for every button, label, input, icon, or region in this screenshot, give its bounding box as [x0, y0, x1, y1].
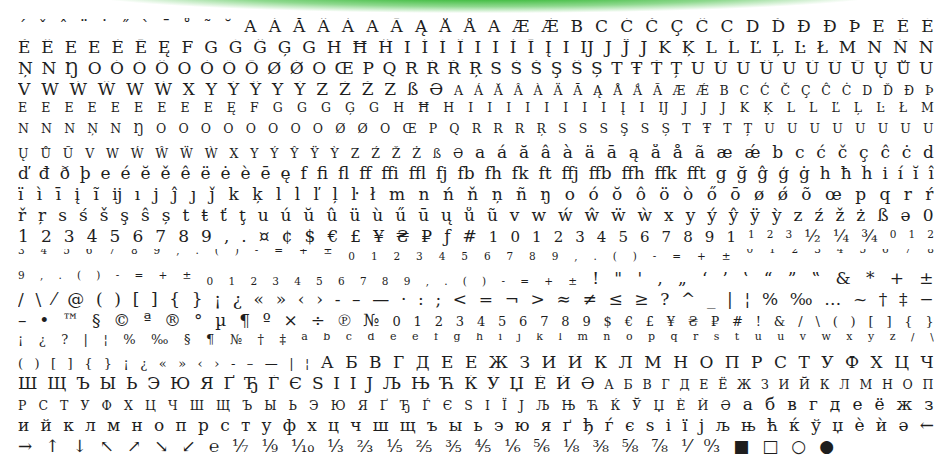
- glyph: I: [404, 39, 411, 56]
- glyph: Ѝ: [556, 375, 571, 392]
- glyph: Ș: [662, 123, 671, 136]
- glyph: Ļ: [854, 102, 862, 115]
- glyph: Õ: [312, 60, 326, 77]
- glyph: ®: [164, 312, 181, 329]
- glyph: ю: [515, 417, 530, 434]
- glyph: ź: [814, 207, 823, 224]
- glyph: ќ: [789, 417, 800, 434]
- glyph: +: [697, 251, 706, 262]
- glyph: Ů: [896, 60, 910, 77]
- glyph: ẅ: [611, 207, 626, 224]
- glyph: ћ: [767, 417, 778, 434]
- glyph: Ê: [111, 102, 120, 115]
- glyph: .: [58, 270, 61, 281]
- glyph: ℮: [209, 438, 219, 455]
- glyph: G: [204, 39, 218, 56]
- glyph: \: [35, 291, 41, 308]
- glyph: ỳ: [772, 207, 782, 224]
- glyph: ľ: [314, 186, 319, 203]
- glyph: ŝ: [141, 207, 150, 224]
- glyph: .: [594, 251, 597, 262]
- glyph: Ž: [392, 148, 401, 161]
- glyph: P: [362, 60, 373, 77]
- glyph: H: [393, 102, 404, 115]
- glyph: ô: [636, 186, 646, 203]
- glyph: Â: [317, 18, 329, 35]
- glyph: 1: [532, 230, 542, 245]
- glyph: Ĝ: [321, 102, 331, 115]
- glyph: .: [195, 249, 198, 256]
- glyph: Х: [124, 400, 133, 413]
- glyph: т: [241, 417, 250, 434]
- glyph: Ó: [110, 60, 124, 77]
- glyph: §: [92, 312, 101, 329]
- glyph: м: [107, 417, 120, 434]
- glyph: Ẁ: [205, 148, 218, 161]
- glyph: ¶: [239, 312, 250, 329]
- glyph: Î: [457, 39, 464, 56]
- glyph: q: [670, 333, 677, 342]
- glyph: ,: [574, 251, 577, 262]
- glyph: ©: [113, 312, 130, 329]
- glyph: Ẁ: [155, 81, 172, 98]
- glyph: →: [18, 438, 32, 455]
- glyph: Ą: [593, 85, 602, 98]
- glyph: w: [821, 333, 830, 342]
- glyph: [: [869, 315, 874, 328]
- glyph: C: [595, 18, 608, 35]
- glyph: □: [762, 438, 778, 455]
- glyph: ğ: [737, 165, 748, 182]
- glyph: Ѐ: [676, 400, 685, 413]
- glyph: !: [592, 270, 599, 287]
- glyph: Ќ: [464, 375, 477, 392]
- glyph: 2: [394, 251, 401, 262]
- glyph: ⅞: [652, 438, 668, 455]
- glyph: %: [762, 291, 778, 308]
- glyph: J: [721, 102, 726, 115]
- glyph: X: [229, 148, 238, 161]
- glyph: -: [255, 249, 259, 256]
- glyph: »: [276, 291, 286, 308]
- glyph: ,: [224, 228, 229, 245]
- glyph: Ё: [465, 354, 477, 371]
- glyph: ȷ: [191, 186, 196, 203]
- glyph: N: [867, 39, 882, 56]
- glyph: Ѓ: [422, 400, 430, 413]
- glyph: G: [273, 102, 283, 115]
- glyph: ≠: [582, 291, 596, 308]
- glyph: ċ: [902, 144, 912, 161]
- glyph: ‛: [743, 270, 748, 287]
- glyph: +: [544, 276, 553, 287]
- glyph: ≈: [557, 291, 571, 308]
- glyph: C: [740, 85, 750, 98]
- glyph: ˜: [203, 18, 212, 35]
- glyph: Ō: [313, 123, 323, 136]
- glyph: v: [800, 333, 806, 342]
- glyph: Ú: [714, 60, 728, 77]
- glyph: Ì: [582, 102, 587, 115]
- glyph: Г: [661, 379, 669, 392]
- glyph: ł: [370, 186, 376, 203]
- glyph: ŗ: [38, 207, 46, 224]
- glyph: ): [235, 249, 239, 256]
- glyph: 3: [272, 276, 279, 287]
- glyph: ѓ: [605, 417, 614, 434]
- glyph: 0: [746, 249, 753, 255]
- glyph: Ť: [723, 123, 731, 136]
- glyph: Ô: [155, 60, 169, 77]
- glyph: Ň: [64, 123, 75, 136]
- glyph: r: [904, 186, 912, 203]
- glyph: û: [326, 207, 337, 224]
- glyph: ō: [730, 186, 740, 203]
- glyph: ⅓: [327, 438, 343, 455]
- glyph: T: [611, 60, 622, 77]
- glyph: ђ: [583, 417, 594, 434]
- glyph: Ǽ: [541, 18, 558, 35]
- glyph: 5: [110, 228, 121, 245]
- glyph: Ź: [371, 148, 380, 161]
- glyph: Ď: [883, 85, 893, 98]
- glyph: ·: [401, 291, 406, 308]
- glyph: s: [714, 333, 720, 342]
- glyph: Ř: [448, 60, 461, 77]
- glyph: 0: [207, 276, 214, 287]
- glyph: Ŀ: [876, 102, 884, 115]
- glyph: ■: [733, 438, 749, 455]
- glyph: Ю: [331, 400, 346, 413]
- glyph: Т: [60, 400, 68, 413]
- glyph: Ė: [88, 39, 100, 56]
- glyph: ŭ: [304, 207, 315, 224]
- glyph: љ: [716, 417, 730, 434]
- glyph: 2: [250, 276, 257, 287]
- glyph: в: [787, 396, 797, 413]
- glyph: ±: [183, 270, 192, 281]
- glyph: Á: [269, 18, 281, 35]
- glyph: Ш: [190, 400, 204, 413]
- glyph: Ų: [18, 148, 29, 161]
- glyph: ‹: [298, 291, 305, 308]
- glyph: $: [604, 315, 612, 328]
- glyph: Щ: [216, 400, 230, 413]
- glyph: $: [305, 228, 316, 245]
- glyph: П: [923, 379, 934, 392]
- glyph: ý: [707, 207, 717, 224]
- glyph: M: [921, 102, 934, 115]
- glyph: fft: [687, 165, 706, 182]
- glyph: Ĭ: [506, 102, 511, 115]
- glyph: Ŧ: [631, 60, 642, 77]
- glyph: Ģ: [345, 102, 355, 115]
- glyph: Č: [780, 85, 790, 98]
- glyph: ж: [897, 396, 913, 413]
- glyph: (: [77, 270, 81, 281]
- glyph: Ĺ: [728, 39, 739, 56]
- glyph: Ċ: [721, 18, 734, 35]
- glyph: Ї: [502, 400, 507, 413]
- glyph: Ẅ: [180, 148, 193, 161]
- glyph: “: [764, 270, 773, 287]
- glyph: =: [672, 251, 681, 262]
- glyph: O: [156, 123, 166, 136]
- glyph: Ġ: [302, 39, 316, 56]
- glyph: ф: [283, 417, 296, 434]
- glyph: Ẃ: [69, 81, 86, 98]
- glyph: e: [390, 333, 397, 342]
- glyph: и: [18, 417, 29, 434]
- glyph: ≤: [608, 291, 622, 308]
- glyph: 6: [640, 230, 650, 245]
- glyph: 2: [41, 228, 52, 245]
- glyph: 1: [748, 229, 755, 240]
- glyph: Ć: [620, 18, 633, 35]
- glyph: ĭ: [913, 165, 918, 182]
- glyph: Â: [514, 85, 523, 98]
- glyph: 5: [859, 249, 866, 255]
- glyph: u: [755, 333, 762, 342]
- glyph: ˝: [121, 18, 130, 35]
- glyph: t: [182, 207, 189, 224]
- glyph: њ: [741, 417, 756, 434]
- glyph: Ю: [170, 375, 190, 392]
- glyph: V: [85, 148, 94, 161]
- glyph: Ĩ: [563, 39, 570, 56]
- glyph: {: [84, 357, 92, 370]
- glyph: я: [541, 417, 552, 434]
- glyph: ş: [120, 207, 129, 224]
- glyph: Ě: [88, 102, 97, 115]
- glyph: Ë: [134, 102, 143, 115]
- glyph: É: [897, 18, 909, 35]
- glyph: Ə: [453, 148, 463, 161]
- glyph: Ģ: [278, 39, 292, 56]
- glyph: 2: [767, 229, 774, 240]
- glyph: Ї: [350, 375, 357, 392]
- glyph-row-12: 3456789,.()-=+±0123456789,.()-=+±0123456…: [18, 249, 934, 270]
- glyph: С: [38, 400, 48, 413]
- glyph: È: [111, 39, 123, 56]
- glyph: М: [644, 354, 661, 371]
- glyph-row-11: 123456789,.¤¢$€£¥₴₽ƒ#101234567891123½¼¾0…: [18, 228, 934, 249]
- glyph: ¼: [833, 228, 849, 245]
- glyph: ő: [707, 186, 717, 203]
- glyph: ↓: [73, 438, 87, 455]
- glyph: z: [794, 207, 803, 224]
- glyph: б: [765, 396, 775, 413]
- glyph: Ĉ: [821, 85, 831, 98]
- glyph: 4: [294, 276, 301, 287]
- glyph: Ѕ: [312, 375, 324, 392]
- glyph: Е: [699, 379, 708, 392]
- glyph: ¡: [124, 357, 129, 370]
- glyph: 6: [338, 276, 345, 287]
- glyph: I: [468, 102, 473, 115]
- glyph: Ö: [177, 60, 191, 77]
- glyph: ?: [660, 291, 669, 308]
- glyph: k: [536, 333, 543, 342]
- glyph: Z: [351, 148, 360, 161]
- glyph: Í: [487, 102, 492, 115]
- glyph: ú: [281, 207, 292, 224]
- glyph: У: [821, 354, 833, 371]
- glyph: j: [154, 186, 159, 203]
- glyph: x: [664, 207, 674, 224]
- glyph: ù: [372, 207, 383, 224]
- glyph: ⅝: [622, 438, 638, 455]
- glyph: Œ: [402, 123, 416, 136]
- glyph: s: [58, 207, 67, 224]
- glyph: ft: [538, 165, 551, 182]
- glyph: И: [778, 379, 789, 392]
- glyph: ŕ: [925, 186, 933, 203]
- glyph: å: [651, 144, 661, 161]
- glyph: З: [761, 379, 769, 392]
- glyph: Њ: [562, 400, 576, 413]
- glyph: ₴: [688, 315, 698, 328]
- glyph: „: [678, 270, 687, 287]
- glyph: Ŕ: [493, 123, 502, 136]
- glyph: Ц: [894, 354, 909, 371]
- glyph: ;: [435, 291, 441, 308]
- glyph: ů: [464, 207, 475, 224]
- glyph: Ű: [900, 123, 911, 136]
- glyph: 5: [461, 251, 468, 262]
- glyph: Ə: [429, 81, 443, 98]
- glyph: ¥: [667, 315, 675, 328]
- glyph: đ: [39, 165, 50, 182]
- glyph: ť: [220, 207, 227, 224]
- glyph: ˚: [183, 18, 192, 35]
- glyph: Č: [645, 18, 658, 35]
- glyph: J: [605, 39, 612, 56]
- green-gradient-banner: [0, 0, 950, 17]
- glyph: Ĵ: [623, 39, 630, 56]
- glyph: `: [141, 18, 150, 35]
- glyph: ,: [40, 270, 43, 281]
- glyph: S: [558, 123, 567, 136]
- glyph: P: [429, 123, 437, 136]
- glyph-row-21: →↑↓↖↗↘↙℮⅐⅑⅒⅓⅔⅕⅖⅗⅘⅙⅚⅛⅜⅝⅞⅟⁰⁄₃■□○●: [18, 438, 934, 459]
- glyph: á: [497, 144, 507, 161]
- glyph: Ķ: [763, 102, 772, 115]
- glyph: ˆ: [59, 18, 68, 35]
- glyph: Ð: [823, 18, 837, 35]
- glyph: A: [244, 18, 256, 35]
- glyph: ffk: [655, 165, 677, 182]
- glyph-row-15: –•™§©ª®°µ¶º×÷℗№0123456789$€£¥₴₽#!&/\()[]…: [18, 312, 934, 333]
- glyph: Û: [759, 60, 773, 77]
- glyph: €: [327, 228, 338, 245]
- glyph: Ŗ: [536, 123, 545, 136]
- glyph: Ù: [878, 123, 889, 136]
- glyph: Ī: [527, 39, 534, 56]
- glyph: ǰ: [210, 186, 215, 203]
- glyph: :: [418, 291, 424, 308]
- glyph: }: [192, 291, 203, 308]
- glyph: §: [184, 333, 191, 346]
- glyph: (: [833, 315, 838, 328]
- glyph: .: [241, 228, 246, 245]
- glyph: i: [882, 165, 887, 182]
- glyph: 0: [392, 315, 400, 328]
- glyph: о: [154, 417, 164, 434]
- glyph: Ø: [335, 123, 345, 136]
- glyph: н: [131, 417, 142, 434]
- glyph: ĺ: [295, 186, 300, 203]
- glyph-row-20: ийклмнопрстуфхцчшщъыьэюяґђѓєѕіїјљњћќўџѐѝ…: [18, 417, 934, 438]
- glyph: ļ: [332, 186, 337, 203]
- glyph: А: [604, 379, 613, 392]
- glyph: Ä: [366, 18, 378, 35]
- glyph: b: [323, 333, 330, 342]
- glyph: ₽: [421, 228, 432, 245]
- glyph: Ù: [805, 60, 819, 77]
- glyph: Ỳ: [331, 148, 339, 161]
- glyph: Ğ: [229, 39, 243, 56]
- glyph: ř: [18, 207, 26, 224]
- glyph: Ћ: [440, 375, 455, 392]
- glyph: —: [265, 357, 278, 370]
- glyph: t: [735, 333, 739, 342]
- glyph: 8: [382, 276, 389, 287]
- glyph: ‰: [151, 333, 168, 346]
- glyph: Ŷ: [250, 81, 261, 98]
- glyph: ÷: [311, 312, 325, 329]
- glyph: ⅔: [357, 438, 373, 455]
- glyph: -: [335, 291, 341, 308]
- glyph: ū: [418, 207, 429, 224]
- glyph: Є: [443, 400, 453, 413]
- glyph: h: [476, 333, 483, 342]
- glyph: +: [890, 270, 904, 287]
- glyph: -: [653, 251, 657, 262]
- glyph: -: [231, 357, 235, 370]
- glyph: g: [453, 333, 460, 342]
- glyph: Ĝ: [253, 39, 267, 56]
- glyph: æ: [717, 144, 733, 161]
- glyph: 9: [201, 228, 212, 245]
- glyph: 3: [814, 249, 821, 255]
- glyph: Ŭ: [810, 123, 821, 136]
- glyph: Й: [799, 379, 810, 392]
- glyph: ¤: [259, 228, 270, 245]
- glyph: w: [531, 207, 546, 224]
- glyph: £: [646, 315, 654, 328]
- glyph: ‟: [812, 270, 821, 287]
- glyph: Љ: [383, 375, 401, 392]
- glyph: õ: [801, 186, 811, 203]
- glyph: #: [732, 315, 743, 328]
- glyph: 1: [909, 229, 916, 240]
- glyph: 1: [228, 276, 235, 287]
- glyph: Ô: [223, 123, 233, 136]
- glyph: Ć: [760, 85, 770, 98]
- glyph: ð: [60, 165, 70, 182]
- glyph: ª: [143, 312, 151, 329]
- glyph: 4: [41, 249, 48, 256]
- glyph: ų: [441, 207, 452, 224]
- glyph: J: [640, 39, 647, 56]
- glyph: ⅚: [534, 438, 550, 455]
- glyph: Х: [871, 354, 883, 371]
- glyph: c: [346, 333, 352, 342]
- glyph: Ł: [817, 39, 828, 56]
- glyph: 4: [477, 315, 485, 328]
- glyph: —: [372, 291, 389, 308]
